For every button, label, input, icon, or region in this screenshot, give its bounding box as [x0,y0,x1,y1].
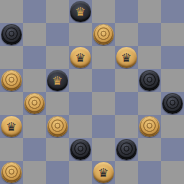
white-man-piece[interactable] [93,24,114,45]
square-g7[interactable] [138,23,161,46]
square-c7[interactable] [46,23,69,46]
square-f5[interactable] [115,69,138,92]
square-h1[interactable] [161,161,184,184]
crown-icon: ♛ [6,120,17,132]
white-king-piece[interactable]: ♛ [1,116,22,137]
square-h4[interactable] [161,92,184,115]
square-c1[interactable] [46,161,69,184]
square-f1[interactable] [115,161,138,184]
square-a2[interactable] [0,138,23,161]
square-g1[interactable] [138,161,161,184]
white-king-piece[interactable]: ♛ [93,162,114,183]
square-b5[interactable] [23,69,46,92]
white-man-piece[interactable] [1,162,22,183]
crown-icon: ♛ [75,51,86,63]
square-g6[interactable] [138,46,161,69]
square-d6[interactable]: ♛ [69,46,92,69]
black-man-piece[interactable] [139,70,160,91]
square-f4[interactable] [115,92,138,115]
square-c6[interactable] [46,46,69,69]
square-g2[interactable] [138,138,161,161]
square-g5[interactable] [138,69,161,92]
square-h8[interactable] [161,0,184,23]
square-f3[interactable] [115,115,138,138]
square-d3[interactable] [69,115,92,138]
square-h3[interactable] [161,115,184,138]
square-h2[interactable] [161,138,184,161]
square-c5[interactable]: ♛ [46,69,69,92]
square-d7[interactable] [69,23,92,46]
square-g4[interactable] [138,92,161,115]
square-g3[interactable] [138,115,161,138]
crown-icon: ♛ [121,51,132,63]
square-a4[interactable] [0,92,23,115]
square-b1[interactable] [23,161,46,184]
square-e8[interactable] [92,0,115,23]
crown-icon: ♛ [52,74,63,86]
square-a5[interactable] [0,69,23,92]
white-king-piece[interactable]: ♛ [116,47,137,68]
square-f6[interactable]: ♛ [115,46,138,69]
crown-icon: ♛ [75,5,86,17]
square-e6[interactable] [92,46,115,69]
white-man-piece[interactable] [1,70,22,91]
square-d2[interactable] [69,138,92,161]
square-e7[interactable] [92,23,115,46]
black-man-piece[interactable] [1,24,22,45]
square-h7[interactable] [161,23,184,46]
square-d5[interactable] [69,69,92,92]
square-b8[interactable] [23,0,46,23]
square-a1[interactable] [0,161,23,184]
white-king-piece[interactable]: ♛ [70,47,91,68]
square-a8[interactable] [0,0,23,23]
square-c2[interactable] [46,138,69,161]
checkers-board: ♛♛♛♛♛♛ [0,0,184,184]
square-d4[interactable] [69,92,92,115]
square-h5[interactable] [161,69,184,92]
square-c4[interactable] [46,92,69,115]
square-e2[interactable] [92,138,115,161]
white-man-piece[interactable] [24,93,45,114]
square-c3[interactable] [46,115,69,138]
square-b4[interactable] [23,92,46,115]
square-a3[interactable]: ♛ [0,115,23,138]
black-man-piece[interactable] [162,93,183,114]
square-e4[interactable] [92,92,115,115]
black-man-piece[interactable] [116,139,137,160]
white-man-piece[interactable] [139,116,160,137]
square-f8[interactable] [115,0,138,23]
square-e3[interactable] [92,115,115,138]
square-d1[interactable] [69,161,92,184]
square-g8[interactable] [138,0,161,23]
black-king-piece[interactable]: ♛ [70,1,91,22]
square-a7[interactable] [0,23,23,46]
square-c8[interactable] [46,0,69,23]
square-b2[interactable] [23,138,46,161]
square-f7[interactable] [115,23,138,46]
square-b7[interactable] [23,23,46,46]
square-b6[interactable] [23,46,46,69]
black-man-piece[interactable] [70,139,91,160]
square-f2[interactable] [115,138,138,161]
square-h6[interactable] [161,46,184,69]
square-b3[interactable] [23,115,46,138]
square-a6[interactable] [0,46,23,69]
black-king-piece[interactable]: ♛ [47,70,68,91]
square-e5[interactable] [92,69,115,92]
white-man-piece[interactable] [47,116,68,137]
square-e1[interactable]: ♛ [92,161,115,184]
square-d8[interactable]: ♛ [69,0,92,23]
crown-icon: ♛ [98,166,109,178]
